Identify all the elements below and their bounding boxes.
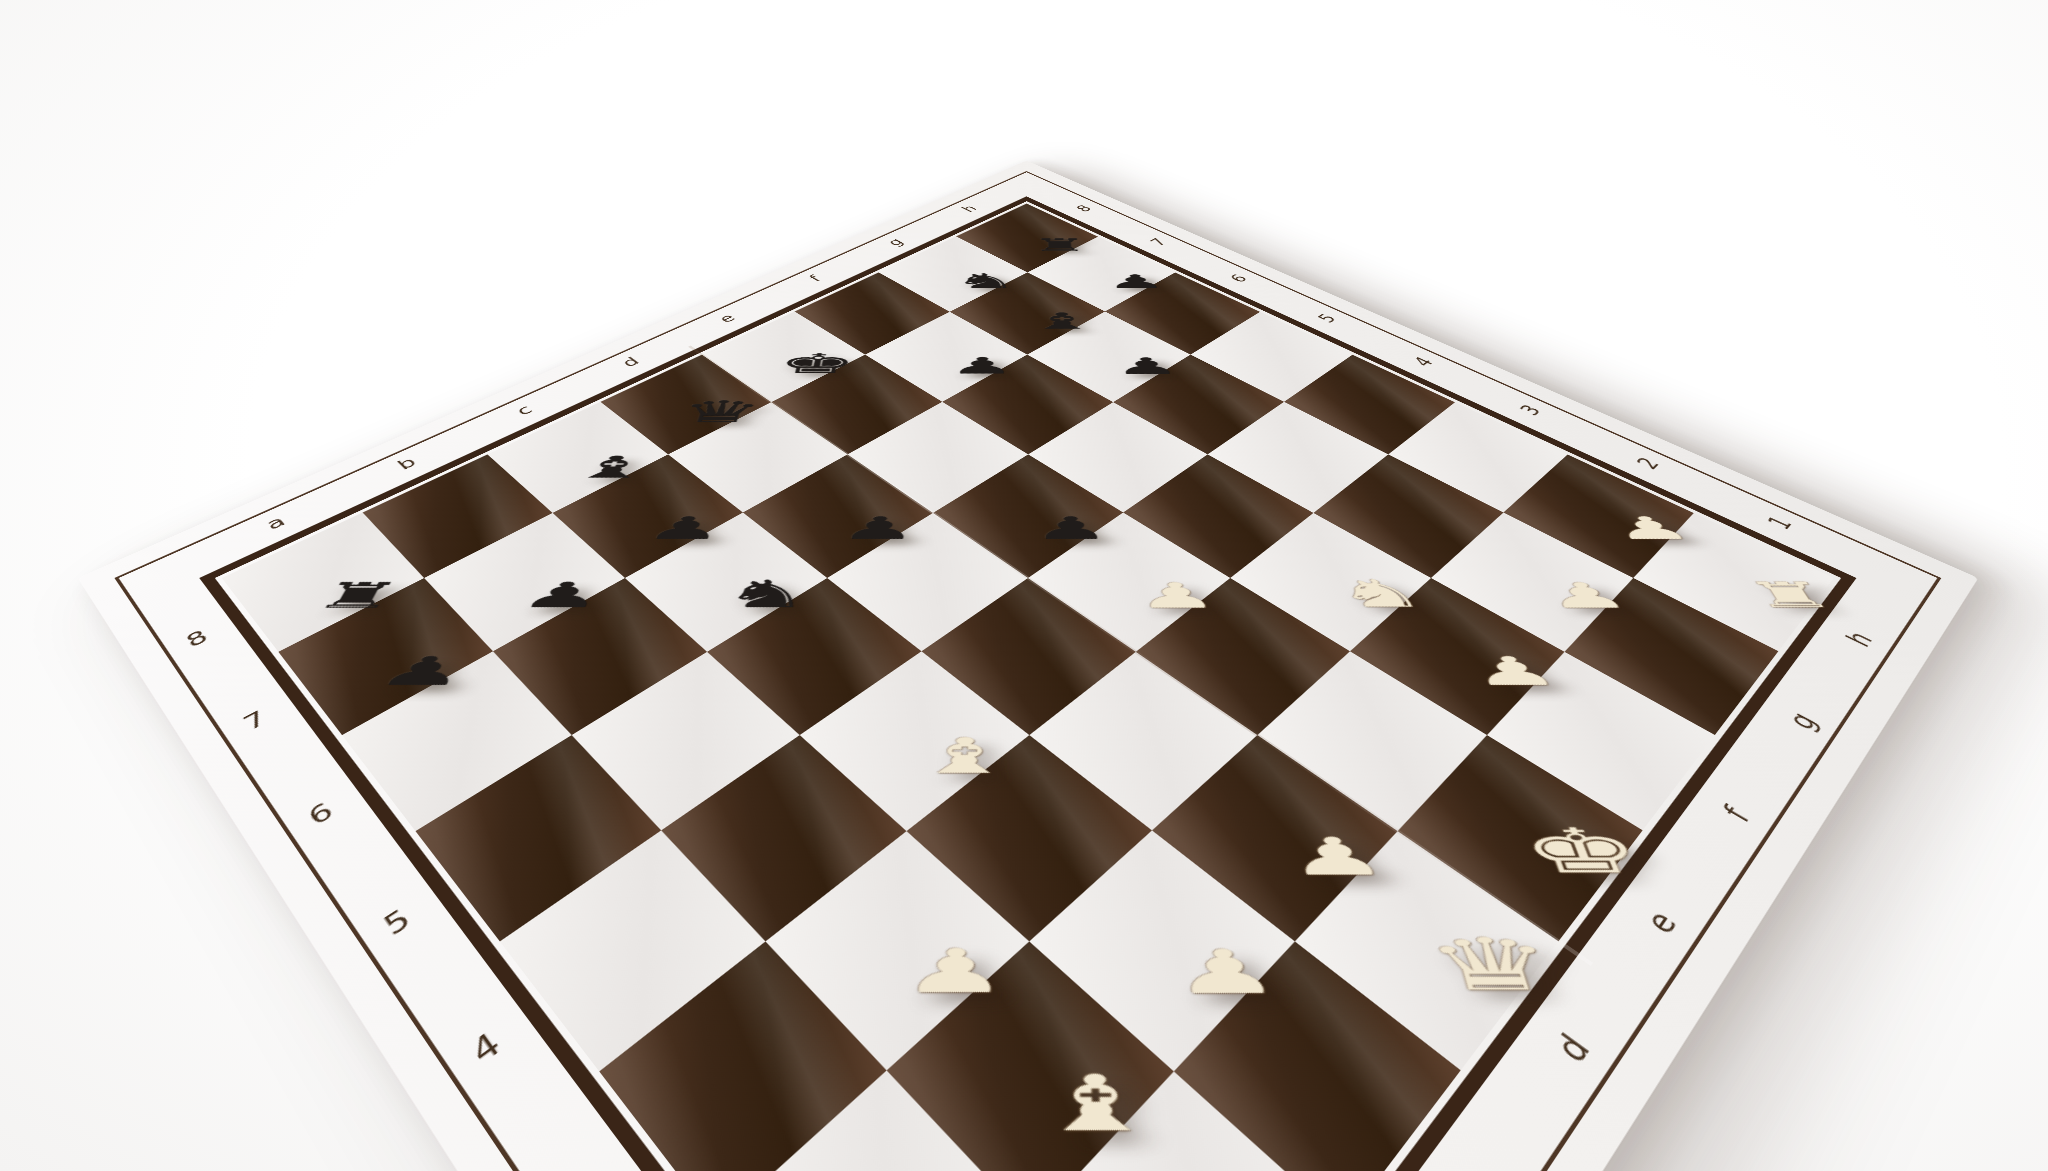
piece-black-N-c6[interactable]: ♞: [719, 574, 815, 612]
chessboard: abcdefgh abcdefgh 87654321 87654321 ♜♝♛♚…: [222, 203, 1834, 1171]
square-d3[interactable]: [1029, 651, 1258, 830]
square-e3[interactable]: [1135, 578, 1349, 735]
photo-canvas: abcdefgh abcdefgh 87654321 87654321 ♜♝♛♚…: [0, 0, 2048, 1171]
piece-white-B-c4[interactable]: ♝: [913, 731, 1014, 780]
piece-black-B-c8[interactable]: ♝: [567, 452, 657, 482]
piece-white-P-h2[interactable]: ♟: [1604, 512, 1697, 543]
piece-white-P-g2[interactable]: ♟: [1538, 578, 1635, 613]
piece-black-P-f7[interactable]: ♟: [949, 354, 1014, 377]
piece-black-P-h7[interactable]: ♟: [1106, 272, 1167, 291]
piece-black-P-d6[interactable]: ♟: [838, 512, 918, 543]
piece-black-N-g8[interactable]: ♞: [953, 270, 1018, 290]
piece-black-P-c7[interactable]: ♟: [643, 512, 728, 543]
piece-black-K-e8[interactable]: ♚: [775, 350, 858, 377]
piece-black-R-h8[interactable]: ♜: [1031, 236, 1088, 253]
square-b4[interactable]: [661, 735, 906, 941]
piece-white-N-f3[interactable]: ♞: [1331, 574, 1430, 612]
square-c3[interactable]: [906, 735, 1151, 941]
square-b3[interactable]: ♟: [765, 830, 1030, 1070]
square-d4[interactable]: [921, 578, 1135, 735]
piece-white-P-e4[interactable]: ♟: [1135, 578, 1220, 613]
piece-black-B-g7[interactable]: ♝: [1029, 309, 1097, 331]
piece-white-P-b3[interactable]: ♟: [900, 941, 1008, 1002]
square-b5[interactable]: [571, 651, 800, 830]
piece-black-P-g6[interactable]: ♟: [1113, 354, 1180, 377]
piece-black-Q-d8[interactable]: ♛: [674, 397, 765, 427]
board-scene: abcdefgh abcdefgh 87654321 87654321 ♜♝♛♚…: [0, 0, 2048, 1171]
piece-black-P-e5[interactable]: ♟: [1033, 512, 1110, 543]
